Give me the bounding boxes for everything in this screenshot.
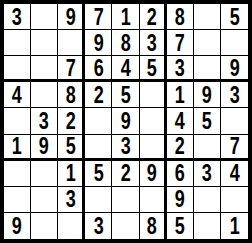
cell-r9c7: 5 xyxy=(167,213,194,239)
cell-r1c5: 1 xyxy=(112,4,139,30)
cell-r7c5: 2 xyxy=(112,161,139,187)
cell-r4c7: 1 xyxy=(167,82,194,108)
cell-r2c8[interactable] xyxy=(194,30,221,56)
given-digit: 5 xyxy=(175,214,185,238)
given-digit: 9 xyxy=(93,31,103,55)
cell-r8c8[interactable] xyxy=(194,187,221,213)
given-digit: 4 xyxy=(229,161,239,185)
cell-r4c4: 2 xyxy=(85,82,112,108)
cell-r2c7: 7 xyxy=(167,30,194,56)
given-digit: 3 xyxy=(147,31,157,55)
given-digit: 3 xyxy=(229,83,239,107)
given-digit: 2 xyxy=(175,135,185,159)
given-digit: 5 xyxy=(120,83,130,107)
given-digit: 5 xyxy=(93,161,103,185)
cell-r8c5[interactable] xyxy=(112,187,139,213)
cell-r6c4[interactable] xyxy=(85,135,112,161)
cell-r5c2: 3 xyxy=(31,108,58,134)
cell-r2c4: 9 xyxy=(85,30,112,56)
given-digit: 9 xyxy=(229,56,239,80)
given-digit: 9 xyxy=(120,109,130,133)
given-digit: 2 xyxy=(147,5,157,29)
given-digit: 3 xyxy=(12,5,22,29)
cell-r6c6[interactable] xyxy=(140,135,167,161)
given-digit: 5 xyxy=(147,56,157,80)
cell-r8c4[interactable] xyxy=(85,187,112,213)
cell-r3c7: 3 xyxy=(167,56,194,82)
given-digit: 1 xyxy=(175,83,185,107)
given-digit: 7 xyxy=(93,5,103,29)
cell-r2c2[interactable] xyxy=(31,30,58,56)
cell-r7c7: 6 xyxy=(167,161,194,187)
cell-r1c4: 7 xyxy=(85,4,112,30)
cell-r8c2[interactable] xyxy=(31,187,58,213)
cell-r7c8: 3 xyxy=(194,161,221,187)
given-digit: 3 xyxy=(93,214,103,238)
cell-r2c6: 3 xyxy=(140,30,167,56)
given-digit: 4 xyxy=(120,56,130,80)
cell-r3c8[interactable] xyxy=(194,56,221,82)
cell-r2c3[interactable] xyxy=(58,30,85,56)
cell-r2c5: 8 xyxy=(112,30,139,56)
cell-r3c6: 5 xyxy=(140,56,167,82)
cell-r5c4[interactable] xyxy=(85,108,112,134)
given-digit: 1 xyxy=(12,135,22,159)
given-digit: 6 xyxy=(93,56,103,80)
cell-r1c1: 3 xyxy=(4,4,31,30)
cell-r1c9: 5 xyxy=(221,4,248,30)
cell-r7c4: 5 xyxy=(85,161,112,187)
given-digit: 8 xyxy=(120,31,130,55)
cell-r9c9: 1 xyxy=(221,213,248,239)
cell-r5c8: 5 xyxy=(194,108,221,134)
cell-r9c6: 8 xyxy=(140,213,167,239)
given-digit: 9 xyxy=(147,161,157,185)
cell-r6c1: 1 xyxy=(4,135,31,161)
cell-r8c1[interactable] xyxy=(4,187,31,213)
cell-r3c4: 6 xyxy=(85,56,112,82)
given-digit: 1 xyxy=(120,5,130,29)
given-digit: 3 xyxy=(120,135,130,159)
cell-r4c2[interactable] xyxy=(31,82,58,108)
given-digit: 8 xyxy=(65,83,75,107)
given-digit: 8 xyxy=(147,214,157,238)
given-digit: 9 xyxy=(202,83,212,107)
given-digit: 3 xyxy=(175,56,185,80)
cell-r9c8[interactable] xyxy=(194,213,221,239)
cell-r1c7: 8 xyxy=(167,4,194,30)
cell-r4c6[interactable] xyxy=(140,82,167,108)
given-digit: 7 xyxy=(229,135,239,159)
cell-r6c7: 2 xyxy=(167,135,194,161)
given-digit: 5 xyxy=(202,109,212,133)
cell-r5c9[interactable] xyxy=(221,108,248,134)
cell-r9c1: 9 xyxy=(4,213,31,239)
cell-r4c9: 3 xyxy=(221,82,248,108)
cell-r3c1[interactable] xyxy=(4,56,31,82)
given-digit: 6 xyxy=(175,161,185,185)
given-digit: 7 xyxy=(65,56,75,80)
cell-r9c5[interactable] xyxy=(112,213,139,239)
cell-r9c2[interactable] xyxy=(31,213,58,239)
given-digit: 3 xyxy=(39,109,49,133)
cell-r7c3: 1 xyxy=(58,161,85,187)
cell-r8c7: 9 xyxy=(167,187,194,213)
cell-r5c7: 4 xyxy=(167,108,194,134)
cell-r7c9: 4 xyxy=(221,161,248,187)
given-digit: 9 xyxy=(65,5,75,29)
cell-r1c8[interactable] xyxy=(194,4,221,30)
cell-r4c5: 5 xyxy=(112,82,139,108)
cell-r6c3: 5 xyxy=(58,135,85,161)
given-digit: 1 xyxy=(65,161,75,185)
given-digit: 5 xyxy=(65,135,75,159)
given-digit: 2 xyxy=(93,83,103,107)
given-digit: 3 xyxy=(202,161,212,185)
cell-r9c3[interactable] xyxy=(58,213,85,239)
cell-r6c9: 7 xyxy=(221,135,248,161)
cell-r8c9[interactable] xyxy=(221,187,248,213)
cell-r3c2[interactable] xyxy=(31,56,58,82)
cell-r5c6[interactable] xyxy=(140,108,167,134)
cell-r6c5: 3 xyxy=(112,135,139,161)
cell-r8c3: 3 xyxy=(58,187,85,213)
cell-r9c4: 3 xyxy=(85,213,112,239)
given-digit: 1 xyxy=(229,214,239,238)
cell-r4c8: 9 xyxy=(194,82,221,108)
cell-r7c1[interactable] xyxy=(4,161,31,187)
cell-r1c2[interactable] xyxy=(31,4,58,30)
cell-r5c3: 2 xyxy=(58,108,85,134)
cell-r6c8[interactable] xyxy=(194,135,221,161)
cell-r2c9[interactable] xyxy=(221,30,248,56)
cell-r5c5: 9 xyxy=(112,108,139,134)
cell-r3c5: 4 xyxy=(112,56,139,82)
given-digit: 9 xyxy=(39,135,49,159)
cell-r7c2[interactable] xyxy=(31,161,58,187)
given-digit: 9 xyxy=(12,214,22,238)
cell-r8c6[interactable] xyxy=(140,187,167,213)
given-digit: 5 xyxy=(229,5,239,29)
given-digit: 2 xyxy=(65,109,75,133)
given-digit: 2 xyxy=(120,161,130,185)
given-digit: 4 xyxy=(175,109,185,133)
given-digit: 3 xyxy=(65,187,75,211)
cell-r2c1[interactable] xyxy=(4,30,31,56)
given-digit: 8 xyxy=(175,5,185,29)
given-digit: 9 xyxy=(175,187,185,211)
cell-r5c1[interactable] xyxy=(4,108,31,134)
given-digit: 7 xyxy=(175,31,185,55)
cell-r7c6: 9 xyxy=(140,161,167,187)
cell-r3c9: 9 xyxy=(221,56,248,82)
sudoku-board: 3971285983776453948251933294519532715296… xyxy=(0,0,252,243)
cell-r4c3: 8 xyxy=(58,82,85,108)
given-digit: 4 xyxy=(12,83,22,107)
cell-r1c3: 9 xyxy=(58,4,85,30)
cell-r4c1: 4 xyxy=(4,82,31,108)
sudoku-puzzle: 3971285983776453948251933294519532715296… xyxy=(0,0,252,243)
cell-r3c3: 7 xyxy=(58,56,85,82)
cell-r1c6: 2 xyxy=(140,4,167,30)
cell-r6c2: 9 xyxy=(31,135,58,161)
